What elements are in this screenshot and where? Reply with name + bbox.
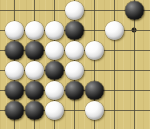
intersection-c7-r2[interactable]: [124, 20, 144, 40]
intersection-c5-r3[interactable]: [84, 40, 104, 60]
black-stone: [5, 81, 24, 100]
white-stone: [5, 21, 24, 40]
black-stone: [5, 101, 24, 120]
white-stone: [45, 21, 64, 40]
white-stone: [25, 61, 44, 80]
white-stone: [45, 41, 64, 60]
intersection-c3-r5[interactable]: [44, 80, 64, 100]
intersection-c3-r1[interactable]: [44, 0, 64, 20]
white-stone: [5, 61, 24, 80]
white-stone: [65, 61, 84, 80]
black-stone: [25, 101, 44, 120]
intersection-c2-r6[interactable]: [24, 100, 44, 120]
intersection-c2-r3[interactable]: [24, 40, 44, 60]
intersection-c4-r6[interactable]: [64, 100, 84, 120]
white-stone: [45, 101, 64, 120]
white-stone: [65, 1, 84, 20]
intersection-c5-r6[interactable]: [84, 100, 104, 120]
intersection-c3-r3[interactable]: [44, 40, 64, 60]
intersection-c1-r2[interactable]: [4, 20, 24, 40]
intersection-c5-r5[interactable]: [84, 80, 104, 100]
intersection-c5-r2[interactable]: [84, 20, 104, 40]
white-stone: [85, 101, 104, 120]
intersection-c2-r2[interactable]: [24, 20, 44, 40]
intersection-c6-r1[interactable]: [104, 0, 124, 20]
intersection-c3-r6[interactable]: [44, 100, 64, 120]
intersection-c6-r2[interactable]: [104, 20, 124, 40]
intersection-c1-r3[interactable]: [4, 40, 24, 60]
intersection-c7-r6[interactable]: [124, 100, 144, 120]
intersection-c5-r4[interactable]: [84, 60, 104, 80]
intersection-c1-r1[interactable]: [4, 0, 24, 20]
intersection-c5-r1[interactable]: [84, 0, 104, 20]
intersection-c4-r5[interactable]: [64, 80, 84, 100]
intersection-c1-r6[interactable]: [4, 100, 24, 120]
black-stone: [65, 81, 84, 100]
intersection-c1-r5[interactable]: [4, 80, 24, 100]
white-stone: [85, 41, 104, 60]
white-stone: [45, 81, 64, 100]
black-stone: [85, 81, 104, 100]
intersection-c2-r5[interactable]: [24, 80, 44, 100]
black-stone: [125, 1, 144, 20]
go-board: [0, 0, 150, 129]
intersection-c4-r2[interactable]: [64, 20, 84, 40]
intersection-c2-r1[interactable]: [24, 0, 44, 20]
black-stone: [5, 41, 24, 60]
intersection-c1-r4[interactable]: [4, 60, 24, 80]
white-stone: [65, 41, 84, 60]
white-stone: [25, 21, 44, 40]
intersection-c6-r4[interactable]: [104, 60, 124, 80]
intersection-c4-r4[interactable]: [64, 60, 84, 80]
black-stone: [65, 21, 84, 40]
intersection-c7-r5[interactable]: [124, 80, 144, 100]
intersection-c4-r3[interactable]: [64, 40, 84, 60]
black-stone: [25, 81, 44, 100]
intersection-c7-r4[interactable]: [124, 60, 144, 80]
intersection-c2-r4[interactable]: [24, 60, 44, 80]
intersection-c4-r1[interactable]: [64, 0, 84, 20]
intersection-c3-r4[interactable]: [44, 60, 64, 80]
intersection-c7-r3[interactable]: [124, 40, 144, 60]
white-stone: [105, 21, 124, 40]
black-stone: [25, 41, 44, 60]
intersection-c6-r5[interactable]: [104, 80, 124, 100]
black-stone: [45, 61, 64, 80]
intersection-c6-r6[interactable]: [104, 100, 124, 120]
intersection-c3-r2[interactable]: [44, 20, 64, 40]
stone-grid: [4, 0, 144, 120]
intersection-c7-r1[interactable]: [124, 0, 144, 20]
intersection-c6-r3[interactable]: [104, 40, 124, 60]
